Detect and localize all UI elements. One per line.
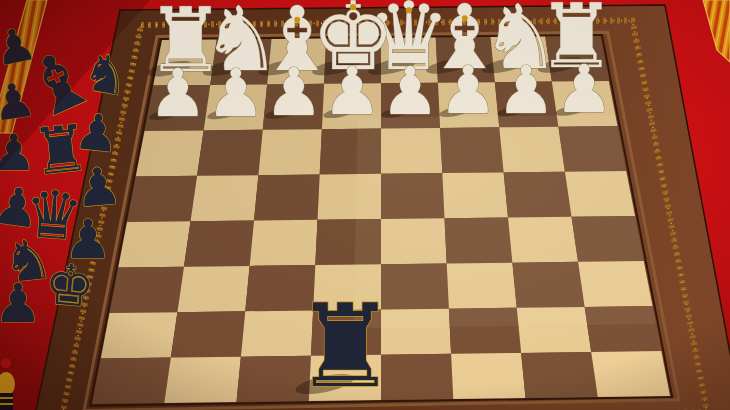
square-g5[interactable] (184, 221, 254, 267)
square-g7[interactable] (171, 311, 245, 357)
gold-finial (462, 15, 468, 21)
square-g6[interactable] (177, 266, 249, 312)
gold-finial (350, 4, 356, 10)
captured-black-pawn: ♟ (0, 272, 42, 335)
square-h4[interactable] (127, 176, 197, 222)
white-pawn-d2[interactable]: ♟ (380, 53, 439, 130)
square-h5[interactable] (118, 221, 190, 267)
white-pawn-h2[interactable]: ♟ (148, 55, 207, 132)
square-c8[interactable] (451, 353, 525, 399)
black-rook-e8[interactable]: ♜ (294, 279, 397, 410)
captured-black-pawn: ♟ (0, 124, 36, 182)
white-pawn-b2[interactable]: ♟ (496, 52, 555, 129)
square-h3[interactable] (136, 130, 204, 176)
chess-scene-svg: ♜♞♝♛♚♝♞♜♟♟♟♟♟♟♟♟♜♟♝♜♛♞♟♟♟♟♟♟♞♚♟ (0, 0, 730, 410)
white-pawn-e2[interactable]: ♟ (322, 53, 381, 130)
square-h8[interactable] (92, 358, 171, 404)
gold-finial (406, 7, 412, 13)
square-g3[interactable] (197, 130, 263, 176)
game-scene: ♜♞♝♛♚♝♞♜♟♟♟♟♟♟♟♟♜♟♝♜♛♞♟♟♟♟♟♟♞♚♟ (0, 0, 730, 410)
square-h7[interactable] (101, 312, 178, 358)
square-f4[interactable] (254, 174, 320, 220)
white-pawn-c2[interactable]: ♟ (438, 52, 497, 129)
square-g8[interactable] (164, 357, 241, 403)
white-pawn-a2[interactable]: ♟ (555, 51, 614, 128)
board-sheen (354, 115, 657, 328)
white-pawn-g2[interactable]: ♟ (206, 55, 265, 132)
square-b8[interactable] (521, 352, 598, 398)
white-pawn-f2[interactable]: ♟ (264, 54, 323, 131)
gold-finial (294, 17, 300, 23)
square-a8[interactable] (591, 351, 670, 397)
square-g4[interactable] (191, 175, 259, 221)
square-h6[interactable] (110, 267, 184, 313)
captured-black-king: ♚ (42, 251, 98, 320)
square-f5[interactable] (250, 220, 318, 266)
square-f3[interactable] (258, 129, 322, 175)
